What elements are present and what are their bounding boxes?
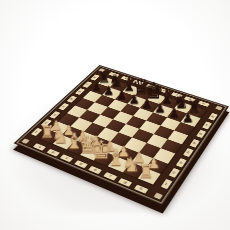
coordinate-plaque-3: 3 [175,158,186,167]
coordinate-plaque-2: 2 [168,168,179,178]
coordinate-plaque-6: 6 [74,88,84,95]
product-photo: abcdefgh abcdefgh 87654321 87654321 ♜♞♝♛… [0,0,230,230]
coordinate-plaque-5: 5 [66,95,76,102]
coordinate-plaque-5: 5 [189,139,199,148]
coordinate-plaque-4: 4 [182,148,193,157]
piece-black-pawn: ♟ [174,111,201,124]
coordinate-plaque-h: h [134,184,148,193]
square-h7: ♟ [181,114,201,127]
coordinate-plaque-8: 8 [208,113,218,121]
frame-corner-inlay [154,193,163,200]
frame-corner-inlay [215,106,223,111]
board-frame: abcdefgh abcdefgh 87654321 87654321 ♜♞♝♛… [14,65,229,206]
photo-scene: abcdefgh abcdefgh 87654321 87654321 ♜♞♝♛… [0,0,230,230]
square-h1: ♜ [138,168,161,185]
coordinate-plaque-1: 1 [160,178,172,188]
coordinate-plaque-c: c [60,154,74,162]
coordinate-plaque-7: 7 [202,121,212,129]
coordinate-plaque-a: a [33,143,46,151]
coordinate-plaque-b: b [47,148,60,156]
coordinate-plaque-4: 4 [58,103,69,110]
coordinate-plaque-6: 6 [196,130,206,138]
frame-corner-inlay [21,138,30,144]
piece-white-rook: ♜ [130,163,161,181]
chess-board: abcdefgh abcdefgh 87654321 87654321 ♜♞♝♛… [14,65,229,206]
